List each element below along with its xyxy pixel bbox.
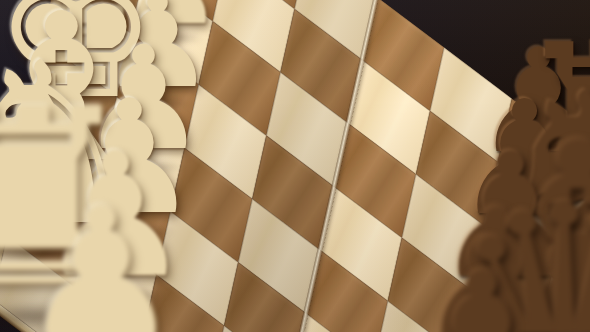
piece-black-pawn-e7[interactable]: ♟ xyxy=(400,248,564,332)
chess-photo-stage: ♟♜♟♟♞♝♟♟♝♛♟♟♛♚♟♟♝♟♞♟♜♟ xyxy=(0,0,590,332)
piece-white-pawn-h2[interactable]: ♟ xyxy=(19,183,183,332)
